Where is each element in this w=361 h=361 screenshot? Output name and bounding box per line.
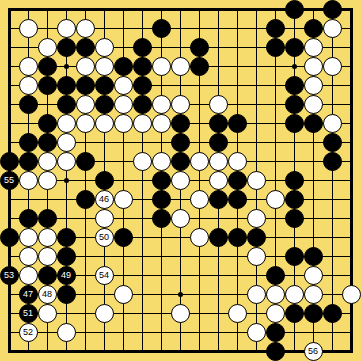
board-intersection[interactable]	[171, 114, 190, 133]
black-stone	[57, 228, 76, 247]
board-intersection[interactable]	[19, 228, 38, 247]
black-stone	[19, 209, 38, 228]
board-intersection[interactable]: 46	[95, 190, 114, 209]
board-intersection[interactable]	[285, 38, 304, 57]
black-stone	[19, 133, 38, 152]
board-intersection[interactable]	[247, 247, 266, 266]
board-intersection[interactable]	[114, 285, 133, 304]
white-stone: 54	[95, 266, 114, 285]
white-stone: 48	[38, 285, 57, 304]
white-stone	[95, 209, 114, 228]
white-stone	[323, 19, 342, 38]
board-intersection[interactable]	[266, 285, 285, 304]
board-intersection[interactable]: 47	[19, 285, 38, 304]
board-intersection[interactable]	[304, 304, 323, 323]
board-intersection[interactable]	[114, 57, 133, 76]
board-intersection[interactable]: 51	[19, 304, 38, 323]
board-intersection[interactable]	[342, 285, 361, 304]
white-stone	[228, 304, 247, 323]
black-stone	[266, 342, 285, 361]
board-intersection[interactable]	[19, 209, 38, 228]
board-intersection[interactable]	[0, 152, 19, 171]
board-intersection[interactable]	[38, 209, 57, 228]
move-number-label: 52	[20, 324, 37, 341]
black-stone	[152, 190, 171, 209]
board-intersection[interactable]	[209, 228, 228, 247]
board-intersection[interactable]: 52	[19, 323, 38, 342]
board-intersection[interactable]	[95, 171, 114, 190]
board-intersection[interactable]	[152, 19, 171, 38]
board-intersection[interactable]	[76, 76, 95, 95]
board-intersection[interactable]	[38, 304, 57, 323]
black-stone	[285, 171, 304, 190]
black-stone	[38, 133, 57, 152]
black-stone	[209, 114, 228, 133]
black-stone	[38, 266, 57, 285]
board-intersection[interactable]	[38, 228, 57, 247]
white-stone	[57, 19, 76, 38]
board-intersection[interactable]	[304, 19, 323, 38]
board-intersection[interactable]	[38, 133, 57, 152]
board-intersection[interactable]	[323, 152, 342, 171]
board-intersection[interactable]	[76, 190, 95, 209]
board-intersection[interactable]	[95, 95, 114, 114]
board-intersection[interactable]	[190, 38, 209, 57]
black-stone	[95, 171, 114, 190]
board-intersection[interactable]	[19, 266, 38, 285]
black-stone	[209, 228, 228, 247]
black-stone	[285, 190, 304, 209]
board-intersection[interactable]	[285, 0, 304, 19]
board-intersection[interactable]	[228, 228, 247, 247]
board-intersection[interactable]	[228, 304, 247, 323]
white-stone	[57, 152, 76, 171]
board-intersection[interactable]: 56	[304, 342, 323, 361]
board-intersection[interactable]	[114, 114, 133, 133]
white-stone	[304, 38, 323, 57]
black-stone	[228, 114, 247, 133]
move-number-label: 48	[39, 286, 56, 303]
board-intersection[interactable]	[323, 304, 342, 323]
white-stone	[152, 152, 171, 171]
black-stone: 55	[0, 171, 19, 190]
board-intersection[interactable]	[209, 114, 228, 133]
black-stone	[285, 0, 304, 19]
white-stone	[133, 114, 152, 133]
black-stone	[57, 285, 76, 304]
board-intersection[interactable]	[304, 57, 323, 76]
white-stone	[95, 304, 114, 323]
white-stone	[266, 285, 285, 304]
black-stone	[0, 152, 19, 171]
black-stone	[171, 152, 190, 171]
board-intersection[interactable]	[152, 57, 171, 76]
board-intersection[interactable]	[171, 95, 190, 114]
white-stone	[190, 152, 209, 171]
go-board-diagram: 5546505349544748515256	[0, 0, 361, 361]
board-intersection[interactable]	[323, 114, 342, 133]
board-intersection[interactable]: 55	[0, 171, 19, 190]
white-stone	[209, 152, 228, 171]
white-stone	[285, 285, 304, 304]
board-intersection[interactable]	[57, 76, 76, 95]
board-intersection[interactable]: 49	[57, 266, 76, 285]
white-stone: 56	[304, 342, 323, 361]
black-stone	[285, 247, 304, 266]
white-stone	[323, 114, 342, 133]
white-stone	[38, 304, 57, 323]
white-stone	[323, 57, 342, 76]
board-intersection[interactable]	[247, 171, 266, 190]
board-intersection[interactable]	[228, 152, 247, 171]
board-intersection[interactable]	[323, 133, 342, 152]
white-stone	[304, 95, 323, 114]
white-stone	[304, 76, 323, 95]
white-stone	[76, 95, 95, 114]
board-intersection[interactable]	[19, 247, 38, 266]
white-stone	[247, 285, 266, 304]
black-stone	[152, 171, 171, 190]
board-intersection[interactable]	[266, 19, 285, 38]
board-intersection[interactable]	[38, 38, 57, 57]
board-intersection[interactable]	[19, 152, 38, 171]
board-intersection[interactable]	[171, 171, 190, 190]
black-stone	[38, 114, 57, 133]
board-intersection[interactable]	[114, 190, 133, 209]
move-number-label: 51	[20, 305, 37, 322]
board-intersection[interactable]	[19, 95, 38, 114]
board-intersection[interactable]	[95, 38, 114, 57]
white-stone	[38, 171, 57, 190]
white-stone	[247, 171, 266, 190]
board-intersection[interactable]	[304, 285, 323, 304]
black-stone	[38, 57, 57, 76]
board-intersection[interactable]	[228, 190, 247, 209]
board-intersection[interactable]	[57, 152, 76, 171]
black-stone	[95, 76, 114, 95]
board-intersection[interactable]	[304, 266, 323, 285]
white-stone	[95, 38, 114, 57]
board-intersection[interactable]	[285, 209, 304, 228]
white-stone	[19, 19, 38, 38]
board-intersection[interactable]	[76, 57, 95, 76]
black-stone	[285, 38, 304, 57]
white-stone	[247, 209, 266, 228]
white-stone	[76, 19, 95, 38]
white-stone	[266, 190, 285, 209]
board-intersection[interactable]	[114, 76, 133, 95]
board-intersection[interactable]	[285, 247, 304, 266]
board-intersection[interactable]	[190, 190, 209, 209]
board-intersection[interactable]	[57, 133, 76, 152]
board-intersection[interactable]	[228, 171, 247, 190]
black-stone	[57, 76, 76, 95]
board-intersection[interactable]	[114, 228, 133, 247]
board-intersection[interactable]	[247, 323, 266, 342]
board-intersection[interactable]	[19, 171, 38, 190]
white-stone	[342, 285, 361, 304]
board-intersection[interactable]	[266, 342, 285, 361]
white-stone	[19, 171, 38, 190]
board-intersection[interactable]	[152, 95, 171, 114]
black-stone	[323, 133, 342, 152]
move-number-label: 47	[20, 286, 37, 303]
board-intersection[interactable]	[38, 76, 57, 95]
board-intersection[interactable]	[266, 190, 285, 209]
board-intersection[interactable]	[95, 114, 114, 133]
black-stone	[209, 190, 228, 209]
board-intersection[interactable]	[133, 76, 152, 95]
board-intersection[interactable]	[152, 171, 171, 190]
black-stone: 51	[19, 304, 38, 323]
board-intersection[interactable]	[190, 228, 209, 247]
black-stone	[57, 38, 76, 57]
black-stone	[190, 38, 209, 57]
board-intersection[interactable]	[38, 57, 57, 76]
black-stone	[133, 76, 152, 95]
black-stone	[304, 19, 323, 38]
board-intersection[interactable]	[38, 114, 57, 133]
board-intersection[interactable]	[76, 38, 95, 57]
board-intersection[interactable]	[19, 57, 38, 76]
board-intersection[interactable]	[209, 95, 228, 114]
board-intersection[interactable]	[19, 76, 38, 95]
black-stone	[171, 114, 190, 133]
white-stone	[209, 171, 228, 190]
black-stone	[304, 114, 323, 133]
board-intersection[interactable]	[266, 323, 285, 342]
board-intersection[interactable]	[133, 95, 152, 114]
board-intersection[interactable]	[171, 304, 190, 323]
move-number-label: 49	[58, 267, 75, 284]
white-stone	[57, 133, 76, 152]
board-intersection[interactable]	[133, 114, 152, 133]
board-intersection[interactable]	[95, 76, 114, 95]
white-stone	[19, 57, 38, 76]
board-intersection[interactable]	[285, 190, 304, 209]
black-stone	[76, 152, 95, 171]
white-stone	[304, 285, 323, 304]
board-intersection[interactable]	[38, 171, 57, 190]
board-intersection[interactable]: 53	[0, 266, 19, 285]
board-intersection[interactable]	[285, 304, 304, 323]
board-intersection[interactable]	[76, 95, 95, 114]
board-intersection[interactable]: 54	[95, 266, 114, 285]
board-intersection[interactable]	[323, 0, 342, 19]
board-intersection[interactable]	[38, 152, 57, 171]
board-intersection[interactable]	[323, 57, 342, 76]
black-stone	[19, 95, 38, 114]
board-intersection[interactable]	[95, 57, 114, 76]
black-stone	[38, 209, 57, 228]
black-stone	[133, 57, 152, 76]
black-stone	[95, 95, 114, 114]
move-number-label: 46	[96, 191, 113, 208]
black-stone	[152, 209, 171, 228]
board-intersection[interactable]	[171, 57, 190, 76]
white-stone	[114, 114, 133, 133]
black-stone	[247, 228, 266, 247]
black-stone	[171, 133, 190, 152]
black-stone	[0, 228, 19, 247]
board-intersection[interactable]	[209, 171, 228, 190]
white-stone	[76, 57, 95, 76]
board-intersection[interactable]	[247, 228, 266, 247]
black-stone	[304, 247, 323, 266]
board-intersection[interactable]	[228, 114, 247, 133]
white-stone	[38, 38, 57, 57]
board-intersection[interactable]	[152, 114, 171, 133]
white-stone	[190, 190, 209, 209]
white-stone	[247, 323, 266, 342]
board-intersection[interactable]	[190, 152, 209, 171]
black-stone	[76, 76, 95, 95]
black-stone	[285, 95, 304, 114]
board-intersection[interactable]	[133, 38, 152, 57]
black-stone: 49	[57, 266, 76, 285]
move-number-label: 50	[96, 229, 113, 246]
white-stone	[19, 76, 38, 95]
white-stone	[38, 228, 57, 247]
board-intersection[interactable]	[285, 171, 304, 190]
board-intersection[interactable]	[304, 38, 323, 57]
board-intersection[interactable]	[304, 76, 323, 95]
white-stone	[95, 57, 114, 76]
white-stone	[171, 304, 190, 323]
board-intersection[interactable]	[247, 209, 266, 228]
board-intersection[interactable]	[19, 19, 38, 38]
white-stone: 52	[19, 323, 38, 342]
board-intersection[interactable]	[38, 247, 57, 266]
black-stone	[266, 38, 285, 57]
black-stone	[266, 19, 285, 38]
board-intersection[interactable]	[57, 247, 76, 266]
board-intersection[interactable]	[95, 304, 114, 323]
white-stone	[76, 114, 95, 133]
board-intersection[interactable]	[171, 133, 190, 152]
white-stone	[209, 95, 228, 114]
board-intersection[interactable]	[304, 247, 323, 266]
board-intersection[interactable]	[152, 190, 171, 209]
white-stone	[114, 190, 133, 209]
move-number-label: 54	[96, 267, 113, 284]
board-intersection[interactable]	[171, 152, 190, 171]
board-intersection[interactable]	[285, 285, 304, 304]
board-intersection[interactable]	[38, 266, 57, 285]
board-intersection[interactable]	[57, 285, 76, 304]
board-intersection[interactable]	[76, 114, 95, 133]
board-intersection[interactable]	[323, 19, 342, 38]
board-intersection[interactable]	[304, 95, 323, 114]
black-stone	[323, 304, 342, 323]
board-intersection[interactable]	[133, 152, 152, 171]
board-intersection[interactable]	[190, 57, 209, 76]
board-intersection[interactable]	[95, 209, 114, 228]
board-intersection[interactable]	[57, 228, 76, 247]
board-intersection[interactable]	[114, 95, 133, 114]
move-number-label: 55	[1, 172, 18, 189]
black-stone	[76, 38, 95, 57]
black-stone	[133, 95, 152, 114]
board-intersection[interactable]	[0, 228, 19, 247]
white-stone	[190, 228, 209, 247]
board-intersection[interactable]	[285, 95, 304, 114]
board-intersection[interactable]	[152, 209, 171, 228]
white-stone	[38, 247, 57, 266]
white-stone	[304, 266, 323, 285]
board-intersection[interactable]	[57, 19, 76, 38]
white-stone	[95, 114, 114, 133]
black-stone	[57, 247, 76, 266]
black-stone	[285, 209, 304, 228]
white-stone	[114, 95, 133, 114]
board-intersection[interactable]	[266, 266, 285, 285]
board-intersection[interactable]	[57, 38, 76, 57]
white-stone	[19, 266, 38, 285]
white-stone	[19, 247, 38, 266]
white-stone: 46	[95, 190, 114, 209]
white-stone	[114, 285, 133, 304]
board-intersection[interactable]	[266, 38, 285, 57]
board-intersection[interactable]	[266, 304, 285, 323]
black-stone	[152, 19, 171, 38]
board-intersection[interactable]	[133, 57, 152, 76]
white-stone	[57, 114, 76, 133]
black-stone: 47	[19, 285, 38, 304]
black-stone: 53	[0, 266, 19, 285]
white-stone	[152, 95, 171, 114]
white-stone	[171, 95, 190, 114]
white-stone	[38, 152, 57, 171]
white-stone: 50	[95, 228, 114, 247]
board-intersection[interactable]	[209, 133, 228, 152]
black-stone	[57, 95, 76, 114]
board-intersection[interactable]	[209, 152, 228, 171]
board-intersection[interactable]	[285, 114, 304, 133]
black-stone	[323, 152, 342, 171]
board-intersection[interactable]	[57, 95, 76, 114]
board-intersection[interactable]: 50	[95, 228, 114, 247]
black-stone	[19, 152, 38, 171]
board-intersection[interactable]	[76, 19, 95, 38]
board-intersection[interactable]: 48	[38, 285, 57, 304]
white-stone	[133, 152, 152, 171]
white-stone	[57, 323, 76, 342]
white-stone	[228, 152, 247, 171]
board-intersection[interactable]	[171, 209, 190, 228]
board-intersection[interactable]	[152, 152, 171, 171]
board-intersection[interactable]	[76, 152, 95, 171]
board-intersection[interactable]	[285, 76, 304, 95]
board-intersection[interactable]	[57, 323, 76, 342]
board-intersection[interactable]	[304, 114, 323, 133]
black-stone	[114, 228, 133, 247]
black-stone	[228, 228, 247, 247]
white-stone	[304, 57, 323, 76]
black-stone	[266, 266, 285, 285]
black-stone	[285, 76, 304, 95]
white-stone	[171, 57, 190, 76]
white-stone	[152, 114, 171, 133]
black-stone	[304, 304, 323, 323]
board-intersection[interactable]	[209, 190, 228, 209]
board-intersection[interactable]	[247, 285, 266, 304]
move-number-label: 53	[1, 267, 18, 284]
white-stone	[19, 228, 38, 247]
board-intersection[interactable]	[57, 114, 76, 133]
board-intersection[interactable]	[19, 133, 38, 152]
black-stone	[38, 76, 57, 95]
